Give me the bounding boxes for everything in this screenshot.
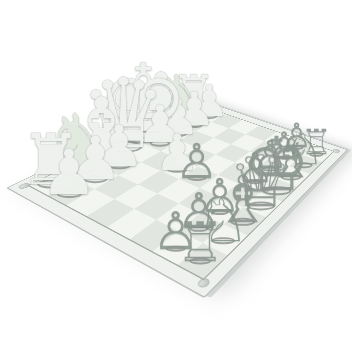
piece-white-rook-a1[interactable]: ♖: [176, 216, 225, 271]
piece-black-pawn-a7[interactable]: ♟: [41, 141, 97, 204]
glass-chess-set-photo: ♜♟♞♟♝♟♚♟♛♙♖♙♝♘♟♙♟♞♗♙♟♙♜♔♟♕♙♗♙♘♙♖: [0, 0, 352, 352]
pieces-layer: ♜♟♞♟♝♟♚♟♛♙♖♙♝♘♟♙♟♞♗♙♟♙♜♔♟♕♙♗♙♘♙♖: [0, 0, 352, 352]
